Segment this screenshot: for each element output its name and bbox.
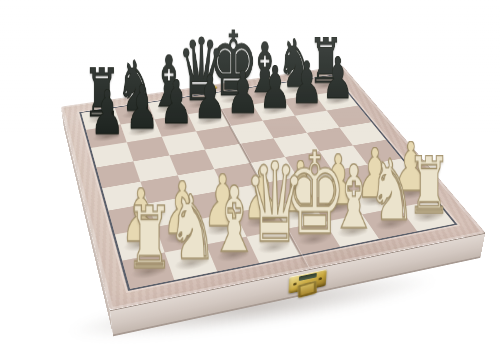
white-knight-b1: ♞	[167, 193, 217, 265]
black-pawn-b7: ♟	[125, 84, 159, 132]
white-rook-a1: ♜	[125, 204, 173, 273]
black-pawn-c7: ♟	[159, 79, 192, 127]
scene-3d: ♜♞♝♛♚♝♞♜♟♟♟♟♟♟♟♟♟♟♟♟♟♟♟♟♜♞♝♛♚♝♞♜	[0, 0, 500, 357]
black-pawn-f7: ♟	[258, 65, 290, 112]
clasp-hook	[298, 280, 317, 298]
black-pawn-g7: ♟	[290, 61, 322, 107]
black-pawn-h7: ♟	[322, 56, 354, 102]
black-pawn-d7: ♟	[193, 74, 226, 122]
black-pawn-a7: ♟	[90, 89, 124, 138]
clasp-latch	[288, 269, 326, 294]
chess-box: ♜♞♝♛♚♝♞♜♟♟♟♟♟♟♟♟♟♟♟♟♟♟♟♟♜♞♝♛♚♝♞♜	[61, 66, 486, 310]
black-pawn-e7: ♟	[226, 70, 259, 117]
product-photo: ♜♞♝♛♚♝♞♜♟♟♟♟♟♟♟♟♟♟♟♟♟♟♟♟♜♞♝♛♚♝♞♜	[0, 0, 500, 357]
